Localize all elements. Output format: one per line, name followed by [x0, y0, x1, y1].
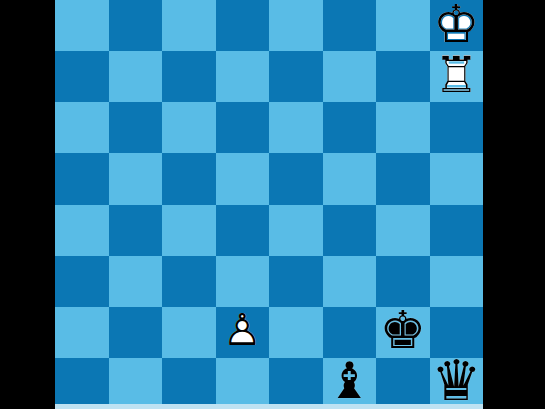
- square-d1[interactable]: [216, 358, 270, 409]
- square-h3[interactable]: [430, 256, 484, 307]
- black-queen-h1[interactable]: ♛: [430, 358, 484, 409]
- black-bishop-f1[interactable]: ♝: [323, 358, 377, 409]
- square-a8[interactable]: [55, 0, 109, 51]
- square-c2[interactable]: [162, 307, 216, 358]
- square-e7[interactable]: [269, 51, 323, 102]
- square-g1[interactable]: [376, 358, 430, 409]
- square-d6[interactable]: [216, 102, 270, 153]
- square-h6[interactable]: [430, 102, 484, 153]
- square-g6[interactable]: [376, 102, 430, 153]
- square-b7[interactable]: [109, 51, 163, 102]
- square-c1[interactable]: [162, 358, 216, 409]
- black-bishop-icon: ♝: [327, 356, 372, 406]
- square-e3[interactable]: [269, 256, 323, 307]
- white-pawn-icon-outline: ♙: [223, 309, 262, 353]
- square-a3[interactable]: [55, 256, 109, 307]
- white-king-h8[interactable]: ♚♔: [430, 0, 484, 51]
- square-b5[interactable]: [109, 153, 163, 204]
- square-f8[interactable]: [323, 0, 377, 51]
- board-bottom-edge: [55, 404, 483, 409]
- square-d3[interactable]: [216, 256, 270, 307]
- square-f2[interactable]: [323, 307, 377, 358]
- square-b2[interactable]: [109, 307, 163, 358]
- square-g8[interactable]: [376, 0, 430, 51]
- square-e8[interactable]: [269, 0, 323, 51]
- square-h8[interactable]: ♚♔: [430, 0, 484, 51]
- square-h4[interactable]: [430, 205, 484, 256]
- square-d5[interactable]: [216, 153, 270, 204]
- black-king-g2[interactable]: ♚: [376, 307, 430, 358]
- square-b4[interactable]: [109, 205, 163, 256]
- black-king-icon: ♚: [379, 304, 426, 356]
- square-g7[interactable]: [376, 51, 430, 102]
- square-e6[interactable]: [269, 102, 323, 153]
- square-b6[interactable]: [109, 102, 163, 153]
- square-g2[interactable]: ♚: [376, 307, 430, 358]
- square-a7[interactable]: [55, 51, 109, 102]
- square-e5[interactable]: [269, 153, 323, 204]
- square-d8[interactable]: [216, 0, 270, 51]
- square-a2[interactable]: [55, 307, 109, 358]
- square-c3[interactable]: [162, 256, 216, 307]
- square-h1[interactable]: ♛: [430, 358, 484, 409]
- square-a4[interactable]: [55, 205, 109, 256]
- square-g3[interactable]: [376, 256, 430, 307]
- white-rook-h7[interactable]: ♜♖: [430, 51, 484, 102]
- chess-board: ♚♔♜♖♟♙♚♝♛: [55, 0, 483, 409]
- square-g4[interactable]: [376, 205, 430, 256]
- square-a6[interactable]: [55, 102, 109, 153]
- square-d7[interactable]: [216, 51, 270, 102]
- square-a5[interactable]: [55, 153, 109, 204]
- square-f4[interactable]: [323, 205, 377, 256]
- square-f3[interactable]: [323, 256, 377, 307]
- square-c6[interactable]: [162, 102, 216, 153]
- square-d4[interactable]: [216, 205, 270, 256]
- square-f5[interactable]: [323, 153, 377, 204]
- square-b3[interactable]: [109, 256, 163, 307]
- square-c7[interactable]: [162, 51, 216, 102]
- square-c5[interactable]: [162, 153, 216, 204]
- square-c8[interactable]: [162, 0, 216, 51]
- square-e4[interactable]: [269, 205, 323, 256]
- square-f1[interactable]: ♝: [323, 358, 377, 409]
- square-h5[interactable]: [430, 153, 484, 204]
- square-f6[interactable]: [323, 102, 377, 153]
- square-h7[interactable]: ♜♖: [430, 51, 484, 102]
- square-e2[interactable]: [269, 307, 323, 358]
- square-a1[interactable]: [55, 358, 109, 409]
- square-b8[interactable]: [109, 0, 163, 51]
- chess-app-stage: ♚♔♜♖♟♙♚♝♛: [0, 0, 545, 409]
- square-d2[interactable]: ♟♙: [216, 307, 270, 358]
- square-g5[interactable]: [376, 153, 430, 204]
- white-pawn-d2[interactable]: ♟♙: [216, 307, 270, 358]
- white-rook-icon-outline: ♖: [434, 50, 479, 100]
- square-f7[interactable]: [323, 51, 377, 102]
- square-b1[interactable]: [109, 358, 163, 409]
- square-e1[interactable]: [269, 358, 323, 409]
- black-queen-icon: ♛: [431, 353, 481, 409]
- square-c4[interactable]: [162, 205, 216, 256]
- white-king-icon-outline: ♔: [433, 0, 480, 49]
